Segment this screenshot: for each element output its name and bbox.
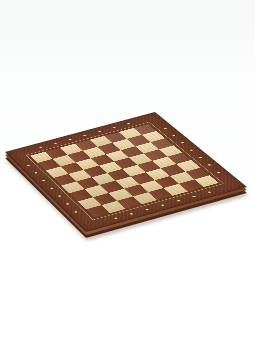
border-dot [68, 138, 72, 140]
border-dot [145, 208, 149, 210]
border-dot [34, 172, 38, 174]
border-dot [189, 149, 193, 151]
border-dot [66, 203, 70, 205]
product-photo [0, 0, 255, 340]
border-dot [113, 217, 117, 219]
chessboard [5, 112, 247, 232]
border-dot [112, 127, 116, 129]
border-dot [58, 195, 62, 197]
border-dot [207, 191, 211, 193]
border-dot [192, 195, 196, 197]
border-dot [127, 123, 131, 125]
border-dot [163, 128, 167, 130]
border-dot [208, 164, 212, 166]
border-dot [181, 142, 185, 144]
border-dot [50, 187, 54, 189]
border-dot [42, 179, 46, 181]
border-dot [172, 135, 176, 137]
border-dot [129, 213, 133, 215]
border-dot [161, 204, 165, 206]
border-dot [176, 200, 180, 202]
border-dot [217, 172, 221, 174]
border-dot [74, 211, 78, 213]
border-dot [198, 156, 202, 158]
border-dot [83, 134, 87, 136]
border-dot [53, 142, 57, 144]
border-dot [39, 146, 43, 148]
border-dot [97, 131, 101, 133]
border-dot [27, 164, 31, 166]
